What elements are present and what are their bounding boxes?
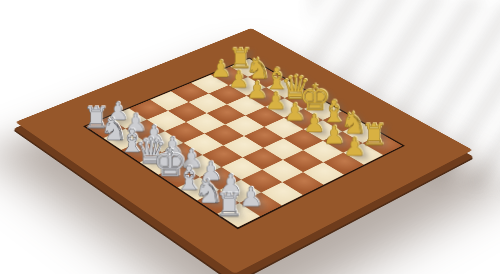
silver-rook: ♜	[72, 103, 120, 133]
square-e4	[223, 136, 263, 157]
square-h7: ♟	[343, 143, 383, 165]
square-g1: ♞	[197, 190, 239, 214]
chess-set-photo: ♜♞♝♛♚♝♞♜♟♟♟♟♟♟♟♟♟♟♟♟♟♟♟♟♜♞♝♛♚♝♞♜	[0, 0, 500, 274]
square-f7: ♟	[303, 120, 342, 141]
square-e1: ♚	[159, 165, 200, 188]
